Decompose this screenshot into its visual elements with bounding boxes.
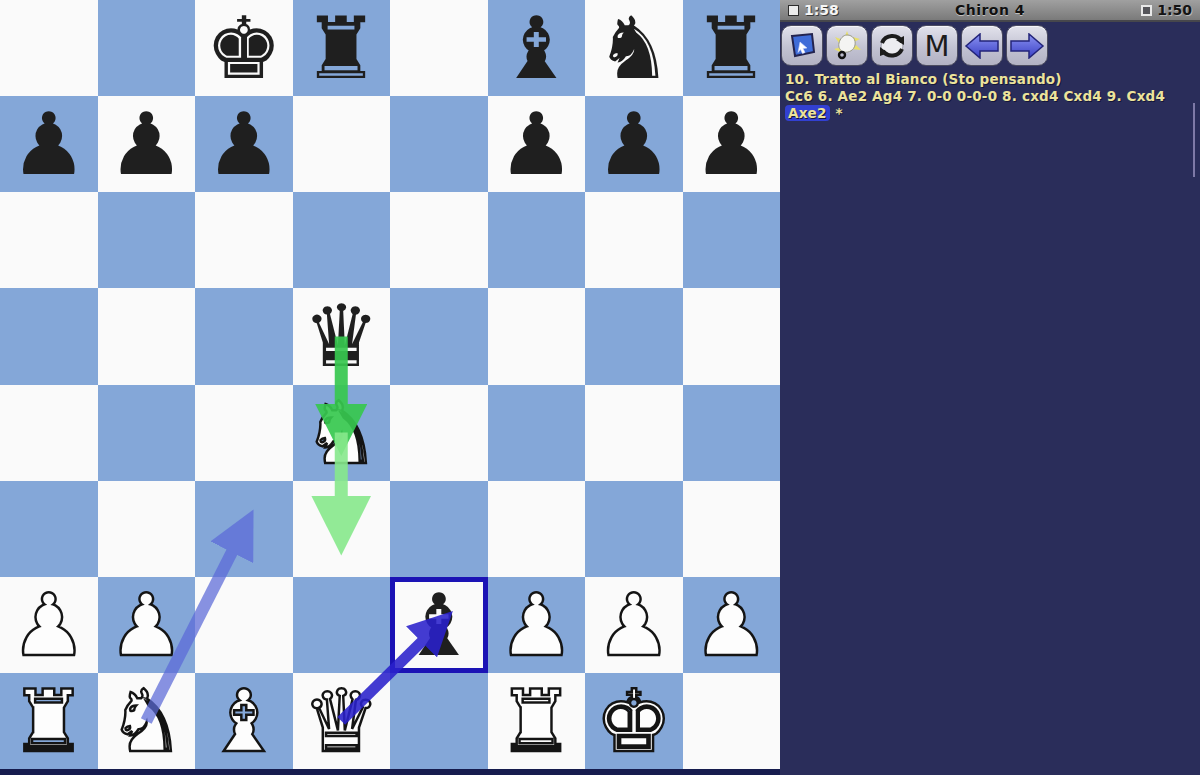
white-bishop-c1[interactable]: ♝ bbox=[205, 673, 282, 769]
hint-sparkle-icon bbox=[831, 30, 863, 62]
square-h4[interactable] bbox=[683, 385, 781, 481]
black-king-c8[interactable]: ♚ bbox=[205, 0, 282, 96]
square-g5[interactable] bbox=[585, 288, 683, 384]
black-pawn-h7[interactable]: ♟ bbox=[693, 96, 770, 192]
black-pawn-a7[interactable]: ♟ bbox=[10, 96, 87, 192]
square-a2[interactable]: ♟ bbox=[0, 577, 98, 673]
square-b2[interactable]: ♟ bbox=[98, 577, 196, 673]
white-rook-a1[interactable]: ♜ bbox=[10, 673, 87, 769]
square-b5[interactable] bbox=[98, 288, 196, 384]
white-pawn-a2[interactable]: ♟ bbox=[10, 577, 87, 673]
square-a7[interactable]: ♟ bbox=[0, 96, 98, 192]
square-e7[interactable] bbox=[390, 96, 488, 192]
square-c5[interactable] bbox=[195, 288, 293, 384]
engine-panel: 1:58 Chiron 4 1:50 bbox=[780, 0, 1200, 775]
square-d8[interactable]: ♜ bbox=[293, 0, 391, 96]
square-f3[interactable] bbox=[488, 481, 586, 577]
rotate-icon bbox=[875, 29, 909, 63]
square-h3[interactable] bbox=[683, 481, 781, 577]
hint-button[interactable] bbox=[826, 25, 868, 66]
back-button[interactable] bbox=[961, 25, 1003, 66]
square-b6[interactable] bbox=[98, 192, 196, 288]
square-e2[interactable]: ♝ bbox=[390, 577, 488, 673]
black-bishop-f8[interactable]: ♝ bbox=[498, 0, 575, 96]
chess-board[interactable]: ♚♜♝♞♜♟♟♟♟♟♟♛♞♟♟♝♟♟♟♜♞♝♛♜♚ bbox=[0, 0, 780, 769]
black-clock-icon bbox=[1141, 5, 1152, 16]
white-clock-time: 1:58 bbox=[804, 2, 839, 18]
square-c3[interactable] bbox=[195, 481, 293, 577]
scrollbar[interactable] bbox=[1193, 103, 1195, 177]
square-a1[interactable]: ♜ bbox=[0, 673, 98, 769]
engine-output: 10. Tratto al Bianco (Sto pensando) Cc6 … bbox=[780, 69, 1200, 122]
square-e3[interactable] bbox=[390, 481, 488, 577]
square-a4[interactable] bbox=[0, 385, 98, 481]
square-g2[interactable]: ♟ bbox=[585, 577, 683, 673]
square-b3[interactable] bbox=[98, 481, 196, 577]
black-rook-d8[interactable]: ♜ bbox=[303, 0, 380, 96]
white-pawn-b2[interactable]: ♟ bbox=[108, 577, 185, 673]
square-h6[interactable] bbox=[683, 192, 781, 288]
square-g3[interactable] bbox=[585, 481, 683, 577]
board-bottom-border bbox=[0, 769, 780, 775]
board-view-button[interactable] bbox=[781, 25, 823, 66]
square-d6[interactable] bbox=[293, 192, 391, 288]
square-g6[interactable] bbox=[585, 192, 683, 288]
square-e6[interactable] bbox=[390, 192, 488, 288]
square-h8[interactable]: ♜ bbox=[683, 0, 781, 96]
square-f6[interactable] bbox=[488, 192, 586, 288]
black-clock: 1:50 bbox=[1141, 2, 1192, 18]
square-c7[interactable]: ♟ bbox=[195, 96, 293, 192]
square-f7[interactable]: ♟ bbox=[488, 96, 586, 192]
square-e5[interactable] bbox=[390, 288, 488, 384]
square-b8[interactable] bbox=[98, 0, 196, 96]
black-rook-h8[interactable]: ♜ bbox=[693, 0, 770, 96]
square-d1[interactable]: ♛ bbox=[293, 673, 391, 769]
rotate-button[interactable] bbox=[871, 25, 913, 66]
result-marker: * bbox=[836, 105, 843, 121]
current-move-line: Axe2* bbox=[785, 105, 1196, 122]
black-pawn-f7[interactable]: ♟ bbox=[498, 96, 575, 192]
forward-arrow-icon bbox=[1009, 33, 1045, 59]
square-a5[interactable] bbox=[0, 288, 98, 384]
square-h1[interactable] bbox=[683, 673, 781, 769]
m-label: M bbox=[924, 29, 949, 63]
white-clock: 1:58 bbox=[788, 2, 839, 18]
square-f8[interactable]: ♝ bbox=[488, 0, 586, 96]
square-g7[interactable]: ♟ bbox=[585, 96, 683, 192]
square-e1[interactable] bbox=[390, 673, 488, 769]
square-b7[interactable]: ♟ bbox=[98, 96, 196, 192]
titlebar: 1:58 Chiron 4 1:50 bbox=[780, 0, 1200, 22]
square-g8[interactable]: ♞ bbox=[585, 0, 683, 96]
square-c8[interactable]: ♚ bbox=[195, 0, 293, 96]
square-f4[interactable] bbox=[488, 385, 586, 481]
m-mode-button[interactable]: M bbox=[916, 25, 958, 66]
square-c6[interactable] bbox=[195, 192, 293, 288]
current-move-token[interactable]: Axe2 bbox=[785, 105, 830, 121]
square-f5[interactable] bbox=[488, 288, 586, 384]
black-pawn-c7[interactable]: ♟ bbox=[205, 96, 282, 192]
white-king-g1[interactable]: ♚ bbox=[595, 673, 672, 769]
square-c2[interactable] bbox=[195, 577, 293, 673]
square-b1[interactable]: ♞ bbox=[98, 673, 196, 769]
square-a3[interactable] bbox=[0, 481, 98, 577]
white-queen-d1[interactable]: ♛ bbox=[303, 673, 380, 769]
square-f1[interactable]: ♜ bbox=[488, 673, 586, 769]
chess-board-area: ♚♜♝♞♜♟♟♟♟♟♟♛♞♟♟♝♟♟♟♜♞♝♛♜♚ bbox=[0, 0, 780, 775]
forward-button[interactable] bbox=[1006, 25, 1048, 66]
white-knight-b1[interactable]: ♞ bbox=[108, 673, 185, 769]
square-a8[interactable] bbox=[0, 0, 98, 96]
square-d2[interactable] bbox=[293, 577, 391, 673]
square-d5[interactable]: ♛ bbox=[293, 288, 391, 384]
white-pawn-f2[interactable]: ♟ bbox=[498, 577, 575, 673]
black-bishop-e2[interactable]: ♝ bbox=[400, 577, 477, 673]
black-knight-g8[interactable]: ♞ bbox=[595, 0, 672, 96]
square-d7[interactable] bbox=[293, 96, 391, 192]
engine-status-line: 10. Tratto al Bianco (Sto pensando) bbox=[785, 71, 1196, 88]
black-clock-time: 1:50 bbox=[1157, 2, 1192, 18]
engine-title: Chiron 4 bbox=[955, 2, 1025, 18]
square-g1[interactable]: ♚ bbox=[585, 673, 683, 769]
back-arrow-icon bbox=[964, 33, 1000, 59]
square-d3[interactable] bbox=[293, 481, 391, 577]
square-a6[interactable] bbox=[0, 192, 98, 288]
square-h5[interactable] bbox=[683, 288, 781, 384]
white-pawn-g2[interactable]: ♟ bbox=[595, 577, 672, 673]
square-g4[interactable] bbox=[585, 385, 683, 481]
chess-app-window: ♚♜♝♞♜♟♟♟♟♟♟♛♞♟♟♝♟♟♟♜♞♝♛♜♚ 1:58 Chiron 4 … bbox=[0, 0, 1200, 775]
black-pawn-b7[interactable]: ♟ bbox=[108, 96, 185, 192]
board-icon bbox=[787, 32, 817, 60]
square-c4[interactable] bbox=[195, 385, 293, 481]
white-knight-d4[interactable]: ♞ bbox=[303, 385, 380, 481]
square-e8[interactable] bbox=[390, 0, 488, 96]
square-c1[interactable]: ♝ bbox=[195, 673, 293, 769]
square-d4[interactable]: ♞ bbox=[293, 385, 391, 481]
toolbar: M bbox=[780, 22, 1200, 69]
square-e4[interactable] bbox=[390, 385, 488, 481]
square-b4[interactable] bbox=[98, 385, 196, 481]
square-h7[interactable]: ♟ bbox=[683, 96, 781, 192]
white-rook-f1[interactable]: ♜ bbox=[498, 673, 575, 769]
white-clock-icon bbox=[788, 5, 799, 16]
black-queen-d5[interactable]: ♛ bbox=[303, 288, 380, 384]
black-pawn-g7[interactable]: ♟ bbox=[595, 96, 672, 192]
square-h2[interactable]: ♟ bbox=[683, 577, 781, 673]
square-f2[interactable]: ♟ bbox=[488, 577, 586, 673]
white-pawn-h2[interactable]: ♟ bbox=[693, 577, 770, 673]
move-list-line[interactable]: Cc6 6. Ae2 Ag4 7. 0-0 0-0-0 8. cxd4 Cxd4… bbox=[785, 88, 1196, 105]
